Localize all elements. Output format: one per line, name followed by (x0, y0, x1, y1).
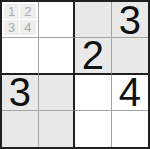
candidate-2: 2 (20, 4, 35, 19)
cell-r1c4[interactable]: 3 (112, 2, 149, 38)
cell-r3c1[interactable]: 3 (2, 75, 39, 111)
cell-r4c3[interactable] (75, 111, 112, 147)
cell-r3c3[interactable] (75, 75, 112, 111)
given-digit: 3 (9, 75, 31, 111)
cell-r2c2[interactable] (39, 38, 76, 74)
cell-r3c4[interactable]: 4 (112, 75, 149, 111)
cell-r4c4[interactable] (112, 111, 149, 147)
sudoku-board: 1 2 3 4 3 2 3 4 (0, 0, 150, 149)
candidate-grid: 1 2 3 4 (2, 2, 38, 37)
cell-r2c3[interactable]: 2 (75, 38, 112, 74)
cell-r4c2[interactable] (39, 111, 76, 147)
given-digit: 2 (82, 38, 104, 74)
given-digit: 4 (119, 75, 141, 111)
candidate-1: 1 (4, 4, 19, 19)
cell-r1c3[interactable] (75, 2, 112, 38)
cell-r1c2[interactable] (39, 2, 76, 38)
candidate-3: 3 (4, 20, 19, 35)
cell-r2c1[interactable] (2, 38, 39, 74)
candidate-4: 4 (20, 20, 35, 35)
cell-r1c1[interactable]: 1 2 3 4 (2, 2, 39, 38)
given-digit: 3 (119, 2, 141, 38)
cell-r4c1[interactable] (2, 111, 39, 147)
cell-r3c2[interactable] (39, 75, 76, 111)
cell-r2c4[interactable] (112, 38, 149, 74)
